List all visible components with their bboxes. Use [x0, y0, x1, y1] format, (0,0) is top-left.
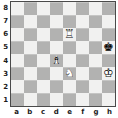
white-knight[interactable]: ♞♘ — [63, 67, 76, 80]
white-rook[interactable]: ♜♖ — [63, 28, 76, 41]
square-f2[interactable] — [76, 80, 89, 93]
file-label-d: d — [50, 106, 63, 118]
square-f1[interactable] — [76, 93, 89, 106]
square-b8[interactable] — [24, 2, 37, 15]
square-d4[interactable]: ♝♗ — [50, 54, 63, 67]
square-a2[interactable] — [11, 80, 24, 93]
square-e8[interactable] — [63, 2, 76, 15]
rank-label-1: 1 — [0, 94, 9, 107]
square-c6[interactable] — [37, 28, 50, 41]
chess-diagram: 87654321 ♜♖♚♝♗♞♘♚♔ abcdefgh — [0, 0, 118, 118]
square-b4[interactable] — [24, 54, 37, 67]
square-c7[interactable] — [37, 15, 50, 28]
square-e1[interactable] — [63, 93, 76, 106]
square-f5[interactable] — [76, 41, 89, 54]
square-c1[interactable] — [37, 93, 50, 106]
square-h3[interactable]: ♚♔ — [102, 67, 115, 80]
square-f4[interactable] — [76, 54, 89, 67]
square-g8[interactable] — [89, 2, 102, 15]
square-h1[interactable] — [102, 93, 115, 106]
rank-labels: 87654321 — [0, 1, 9, 107]
square-b1[interactable] — [24, 93, 37, 106]
file-label-f: f — [76, 106, 89, 118]
square-c8[interactable] — [37, 2, 50, 15]
square-h7[interactable] — [102, 15, 115, 28]
square-a1[interactable] — [11, 93, 24, 106]
square-a5[interactable] — [11, 41, 24, 54]
square-b5[interactable] — [24, 41, 37, 54]
square-d7[interactable] — [50, 15, 63, 28]
file-label-e: e — [63, 106, 76, 118]
square-c2[interactable] — [37, 80, 50, 93]
rank-label-3: 3 — [0, 67, 9, 80]
rank-label-6: 6 — [0, 28, 9, 41]
square-d2[interactable] — [50, 80, 63, 93]
white-king-glyph: ♔ — [102, 67, 115, 80]
square-g7[interactable] — [89, 15, 102, 28]
rank-label-2: 2 — [0, 81, 9, 94]
square-d8[interactable] — [50, 2, 63, 15]
square-b7[interactable] — [24, 15, 37, 28]
square-g3[interactable] — [89, 67, 102, 80]
square-a8[interactable] — [11, 2, 24, 15]
rank-label-8: 8 — [0, 1, 9, 14]
square-a7[interactable] — [11, 15, 24, 28]
white-knight-glyph: ♘ — [63, 67, 76, 80]
square-b2[interactable] — [24, 80, 37, 93]
square-e5[interactable] — [63, 41, 76, 54]
black-king[interactable]: ♚ — [102, 41, 115, 54]
square-f6[interactable] — [76, 28, 89, 41]
square-c5[interactable] — [37, 41, 50, 54]
square-e3[interactable]: ♞♘ — [63, 67, 76, 80]
file-label-g: g — [90, 106, 103, 118]
square-d3[interactable] — [50, 67, 63, 80]
square-h8[interactable] — [102, 2, 115, 15]
rank-label-4: 4 — [0, 54, 9, 67]
square-h2[interactable] — [102, 80, 115, 93]
square-f3[interactable] — [76, 67, 89, 80]
square-a6[interactable] — [11, 28, 24, 41]
white-bishop-glyph: ♗ — [50, 54, 63, 67]
square-g1[interactable] — [89, 93, 102, 106]
square-e2[interactable] — [63, 80, 76, 93]
rank-label-5: 5 — [0, 41, 9, 54]
chess-board: ♜♖♚♝♗♞♘♚♔ — [10, 1, 116, 107]
square-f8[interactable] — [76, 2, 89, 15]
square-g5[interactable] — [89, 41, 102, 54]
file-label-c: c — [37, 106, 50, 118]
file-label-b: b — [23, 106, 36, 118]
file-label-a: a — [10, 106, 23, 118]
file-label-h: h — [103, 106, 116, 118]
square-g6[interactable] — [89, 28, 102, 41]
square-d6[interactable] — [50, 28, 63, 41]
square-h5[interactable]: ♚ — [102, 41, 115, 54]
file-labels: abcdefgh — [10, 106, 116, 118]
white-king[interactable]: ♚♔ — [102, 67, 115, 80]
square-c4[interactable] — [37, 54, 50, 67]
square-g2[interactable] — [89, 80, 102, 93]
square-g4[interactable] — [89, 54, 102, 67]
square-a4[interactable] — [11, 54, 24, 67]
square-a3[interactable] — [11, 67, 24, 80]
white-bishop[interactable]: ♝♗ — [50, 54, 63, 67]
rank-label-7: 7 — [0, 14, 9, 27]
square-b3[interactable] — [24, 67, 37, 80]
square-d1[interactable] — [50, 93, 63, 106]
white-rook-glyph: ♖ — [63, 28, 76, 41]
square-e6[interactable]: ♜♖ — [63, 28, 76, 41]
square-b6[interactable] — [24, 28, 37, 41]
black-king-glyph: ♚ — [102, 41, 115, 54]
square-f7[interactable] — [76, 15, 89, 28]
square-c3[interactable] — [37, 67, 50, 80]
